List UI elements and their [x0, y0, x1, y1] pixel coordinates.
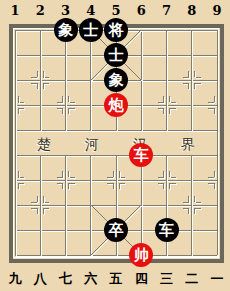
black-advisor[interactable]: 士 [104, 43, 128, 67]
black-chariot[interactable]: 车 [155, 218, 179, 242]
file-label-bottom-4: 六 [80, 271, 102, 287]
file-label-bottom-3: 七 [55, 271, 77, 287]
file-label-bottom-1: 九 [4, 271, 26, 287]
file-label-bottom-2: 八 [29, 271, 51, 287]
file-label-bottom-5: 五 [105, 271, 127, 287]
file-label-bottom-9: 一 [206, 271, 228, 287]
red-chariot[interactable]: 车 [129, 143, 153, 167]
pieces-layer: 象士将士象炮车卒车帅 [2, 18, 229, 268]
file-label-bottom-8: 二 [181, 271, 203, 287]
black-general[interactable]: 将 [104, 18, 128, 42]
black-elephant[interactable]: 象 [54, 18, 78, 42]
black-soldier[interactable]: 卒 [104, 218, 128, 242]
red-cannon[interactable]: 炮 [104, 93, 128, 117]
red-general[interactable]: 帅 [129, 243, 153, 267]
file-label-bottom-7: 三 [156, 271, 178, 287]
black-elephant[interactable]: 象 [104, 68, 128, 92]
file-label-bottom-6: 四 [130, 271, 152, 287]
xiangqi-window: 123456789 楚河汉界 象士将士象炮车卒车帅 九八七六五四三二一 [0, 0, 230, 291]
black-advisor[interactable]: 士 [79, 18, 103, 42]
